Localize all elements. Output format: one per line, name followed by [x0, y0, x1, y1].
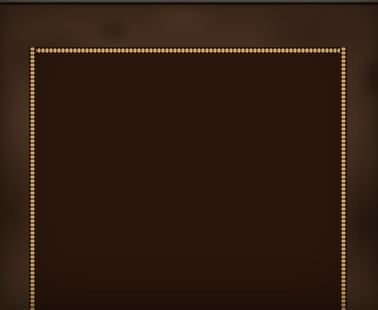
- chess-board: [36, 54, 340, 310]
- board-photo: [0, 0, 378, 310]
- bead-trim-left: [29, 47, 36, 310]
- bead-trim-top: [29, 47, 347, 54]
- wall-strip: [0, 0, 378, 5]
- bead-trim-right: [340, 47, 347, 310]
